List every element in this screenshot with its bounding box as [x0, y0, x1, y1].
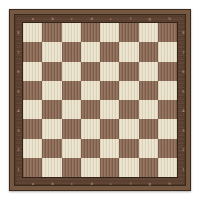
square-h6[interactable] — [158, 62, 177, 81]
square-f1[interactable] — [119, 158, 138, 177]
square-b3[interactable] — [42, 119, 61, 138]
square-g4[interactable] — [139, 100, 158, 119]
square-a5[interactable] — [23, 81, 42, 100]
chess-board: aa88bb77cc66dd55ee44ff33gg22hh11 — [9, 9, 191, 191]
square-h1[interactable] — [158, 158, 177, 177]
square-h4[interactable] — [158, 100, 177, 119]
square-c8[interactable] — [62, 23, 81, 42]
square-g6[interactable] — [139, 62, 158, 81]
square-h7[interactable] — [158, 42, 177, 61]
square-e4[interactable] — [100, 100, 119, 119]
square-e8[interactable] — [100, 23, 119, 42]
square-b5[interactable] — [42, 81, 61, 100]
square-b1[interactable] — [42, 158, 61, 177]
photo-background: aa88bb77cc66dd55ee44ff33gg22hh11 — [0, 0, 200, 200]
square-g7[interactable] — [139, 42, 158, 61]
square-e6[interactable] — [100, 62, 119, 81]
square-g1[interactable] — [139, 158, 158, 177]
square-d5[interactable] — [81, 81, 100, 100]
square-d3[interactable] — [81, 119, 100, 138]
square-b7[interactable] — [42, 42, 61, 61]
square-c7[interactable] — [62, 42, 81, 61]
square-b4[interactable] — [42, 100, 61, 119]
square-b8[interactable] — [42, 23, 61, 42]
square-f7[interactable] — [119, 42, 138, 61]
square-e2[interactable] — [100, 139, 119, 158]
square-e1[interactable] — [100, 158, 119, 177]
square-c3[interactable] — [62, 119, 81, 138]
square-h2[interactable] — [158, 139, 177, 158]
square-c4[interactable] — [62, 100, 81, 119]
square-a7[interactable] — [23, 42, 42, 61]
square-h8[interactable] — [158, 23, 177, 42]
square-d2[interactable] — [81, 139, 100, 158]
square-e7[interactable] — [100, 42, 119, 61]
square-a8[interactable] — [23, 23, 42, 42]
square-a4[interactable] — [23, 100, 42, 119]
square-d1[interactable] — [81, 158, 100, 177]
square-g3[interactable] — [139, 119, 158, 138]
square-g2[interactable] — [139, 139, 158, 158]
square-f2[interactable] — [119, 139, 138, 158]
square-b2[interactable] — [42, 139, 61, 158]
square-a1[interactable] — [23, 158, 42, 177]
square-e3[interactable] — [100, 119, 119, 138]
square-c2[interactable] — [62, 139, 81, 158]
square-f8[interactable] — [119, 23, 138, 42]
square-a2[interactable] — [23, 139, 42, 158]
square-b6[interactable] — [42, 62, 61, 81]
square-e5[interactable] — [100, 81, 119, 100]
square-g8[interactable] — [139, 23, 158, 42]
square-a3[interactable] — [23, 119, 42, 138]
square-d8[interactable] — [81, 23, 100, 42]
square-d4[interactable] — [81, 100, 100, 119]
square-d6[interactable] — [81, 62, 100, 81]
square-f6[interactable] — [119, 62, 138, 81]
square-c1[interactable] — [62, 158, 81, 177]
square-h5[interactable] — [158, 81, 177, 100]
square-h3[interactable] — [158, 119, 177, 138]
square-f3[interactable] — [119, 119, 138, 138]
square-c5[interactable] — [62, 81, 81, 100]
board-squares — [22, 22, 178, 178]
square-a6[interactable] — [23, 62, 42, 81]
square-d7[interactable] — [81, 42, 100, 61]
square-f4[interactable] — [119, 100, 138, 119]
square-f5[interactable] — [119, 81, 138, 100]
square-c6[interactable] — [62, 62, 81, 81]
square-g5[interactable] — [139, 81, 158, 100]
